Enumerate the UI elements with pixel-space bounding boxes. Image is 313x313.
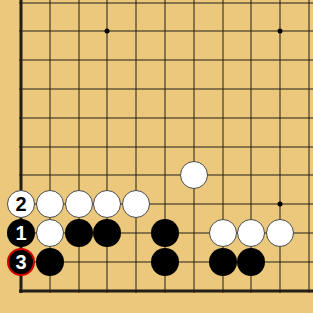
intersection[interactable] bbox=[295, 0, 313, 17]
intersection[interactable] bbox=[7, 276, 36, 305]
intersection[interactable] bbox=[237, 247, 266, 276]
intersection[interactable] bbox=[295, 190, 313, 219]
intersection[interactable] bbox=[35, 103, 64, 132]
intersection[interactable] bbox=[7, 75, 36, 104]
intersection[interactable] bbox=[151, 46, 180, 75]
black-stone bbox=[151, 219, 179, 247]
intersection[interactable] bbox=[35, 17, 64, 46]
intersection[interactable] bbox=[208, 75, 237, 104]
white-stone: 2 bbox=[7, 190, 35, 218]
intersection[interactable] bbox=[7, 103, 36, 132]
intersection[interactable] bbox=[237, 17, 266, 46]
black-stone: 1 bbox=[7, 219, 35, 247]
intersection[interactable] bbox=[266, 75, 295, 104]
intersection[interactable] bbox=[151, 17, 180, 46]
board-grid: 213 bbox=[7, 0, 313, 305]
white-stone bbox=[266, 219, 294, 247]
intersection[interactable] bbox=[64, 247, 93, 276]
intersection[interactable] bbox=[295, 219, 313, 248]
white-stone bbox=[36, 219, 64, 247]
intersection[interactable] bbox=[151, 161, 180, 190]
white-stone bbox=[237, 219, 265, 247]
intersection[interactable] bbox=[295, 103, 313, 132]
intersection[interactable] bbox=[64, 17, 93, 46]
intersection[interactable] bbox=[179, 132, 208, 161]
intersection[interactable] bbox=[295, 161, 313, 190]
intersection[interactable] bbox=[93, 161, 122, 190]
intersection[interactable] bbox=[122, 0, 151, 17]
intersection[interactable] bbox=[208, 103, 237, 132]
intersection[interactable] bbox=[151, 132, 180, 161]
intersection[interactable] bbox=[295, 247, 313, 276]
intersection[interactable] bbox=[208, 17, 237, 46]
black-stone bbox=[151, 248, 179, 276]
intersection[interactable] bbox=[237, 46, 266, 75]
intersection[interactable] bbox=[122, 17, 151, 46]
intersection[interactable] bbox=[179, 190, 208, 219]
intersection[interactable] bbox=[7, 132, 36, 161]
star-point bbox=[278, 29, 283, 34]
intersection[interactable] bbox=[151, 190, 180, 219]
intersection[interactable] bbox=[208, 247, 237, 276]
intersection[interactable] bbox=[208, 132, 237, 161]
intersection[interactable] bbox=[295, 75, 313, 104]
white-stone bbox=[122, 190, 150, 218]
intersection[interactable] bbox=[179, 276, 208, 305]
intersection[interactable] bbox=[237, 0, 266, 17]
intersection[interactable] bbox=[295, 46, 313, 75]
intersection[interactable] bbox=[93, 75, 122, 104]
intersection[interactable] bbox=[122, 247, 151, 276]
intersection[interactable] bbox=[237, 219, 266, 248]
intersection[interactable] bbox=[266, 219, 295, 248]
intersection[interactable] bbox=[35, 247, 64, 276]
intersection[interactable] bbox=[122, 75, 151, 104]
intersection[interactable] bbox=[35, 0, 64, 17]
intersection[interactable]: 2 bbox=[7, 190, 36, 219]
intersection[interactable] bbox=[93, 17, 122, 46]
intersection[interactable] bbox=[237, 132, 266, 161]
black-stone bbox=[93, 219, 121, 247]
go-board-diagram: 213 bbox=[0, 0, 313, 313]
intersection[interactable] bbox=[266, 0, 295, 17]
black-stone bbox=[209, 248, 237, 276]
intersection[interactable] bbox=[179, 0, 208, 17]
intersection[interactable] bbox=[266, 161, 295, 190]
intersection[interactable] bbox=[35, 219, 64, 248]
intersection[interactable] bbox=[93, 132, 122, 161]
intersection[interactable] bbox=[35, 276, 64, 305]
intersection[interactable] bbox=[237, 161, 266, 190]
intersection[interactable] bbox=[93, 46, 122, 75]
intersection[interactable] bbox=[179, 103, 208, 132]
intersection[interactable] bbox=[151, 219, 180, 248]
intersection[interactable] bbox=[7, 46, 36, 75]
intersection[interactable] bbox=[266, 190, 295, 219]
move-number: 3 bbox=[15, 252, 26, 272]
intersection[interactable] bbox=[93, 190, 122, 219]
intersection[interactable] bbox=[35, 161, 64, 190]
intersection[interactable] bbox=[122, 219, 151, 248]
intersection[interactable] bbox=[93, 0, 122, 17]
white-stone bbox=[93, 190, 121, 218]
intersection[interactable] bbox=[237, 276, 266, 305]
intersection[interactable] bbox=[64, 75, 93, 104]
intersection[interactable] bbox=[208, 46, 237, 75]
intersection[interactable] bbox=[208, 219, 237, 248]
intersection[interactable] bbox=[151, 0, 180, 17]
black-stone bbox=[237, 248, 265, 276]
white-stone bbox=[209, 219, 237, 247]
intersection[interactable] bbox=[122, 190, 151, 219]
intersection[interactable] bbox=[93, 247, 122, 276]
intersection[interactable] bbox=[7, 17, 36, 46]
black-stone: 3 bbox=[7, 248, 35, 276]
intersection[interactable] bbox=[122, 161, 151, 190]
intersection[interactable]: 3 bbox=[7, 247, 36, 276]
intersection[interactable] bbox=[266, 132, 295, 161]
intersection[interactable] bbox=[64, 276, 93, 305]
intersection[interactable] bbox=[266, 46, 295, 75]
white-stone bbox=[36, 190, 64, 218]
intersection[interactable] bbox=[64, 132, 93, 161]
intersection[interactable] bbox=[64, 190, 93, 219]
move-number: 1 bbox=[15, 223, 26, 243]
intersection[interactable] bbox=[208, 0, 237, 17]
intersection[interactable] bbox=[151, 75, 180, 104]
intersection[interactable] bbox=[179, 161, 208, 190]
intersection[interactable] bbox=[7, 0, 36, 17]
white-stone bbox=[180, 161, 208, 189]
intersection[interactable] bbox=[151, 103, 180, 132]
intersection[interactable] bbox=[266, 276, 295, 305]
intersection[interactable] bbox=[151, 247, 180, 276]
intersection[interactable] bbox=[93, 219, 122, 248]
intersection[interactable] bbox=[122, 276, 151, 305]
intersection[interactable] bbox=[237, 103, 266, 132]
white-stone bbox=[65, 190, 93, 218]
intersection[interactable] bbox=[64, 161, 93, 190]
intersection[interactable] bbox=[179, 247, 208, 276]
intersection[interactable] bbox=[35, 190, 64, 219]
intersection[interactable] bbox=[151, 276, 180, 305]
intersection[interactable] bbox=[295, 17, 313, 46]
star-point bbox=[105, 29, 110, 34]
intersection[interactable] bbox=[295, 276, 313, 305]
intersection[interactable] bbox=[64, 46, 93, 75]
intersection[interactable] bbox=[295, 132, 313, 161]
intersection[interactable] bbox=[179, 219, 208, 248]
intersection[interactable] bbox=[35, 75, 64, 104]
intersection[interactable] bbox=[35, 132, 64, 161]
black-stone bbox=[65, 219, 93, 247]
intersection[interactable] bbox=[266, 17, 295, 46]
intersection[interactable] bbox=[237, 190, 266, 219]
move-number: 2 bbox=[15, 194, 26, 214]
intersection[interactable] bbox=[208, 161, 237, 190]
intersection[interactable] bbox=[122, 103, 151, 132]
star-point bbox=[278, 202, 283, 207]
intersection[interactable] bbox=[64, 219, 93, 248]
intersection[interactable] bbox=[122, 46, 151, 75]
intersection[interactable] bbox=[93, 276, 122, 305]
intersection[interactable] bbox=[266, 247, 295, 276]
intersection[interactable] bbox=[237, 75, 266, 104]
intersection[interactable] bbox=[179, 17, 208, 46]
intersection[interactable] bbox=[266, 103, 295, 132]
intersection[interactable] bbox=[93, 103, 122, 132]
intersection[interactable] bbox=[64, 103, 93, 132]
intersection[interactable] bbox=[64, 0, 93, 17]
intersection[interactable] bbox=[7, 161, 36, 190]
intersection[interactable]: 1 bbox=[7, 219, 36, 248]
intersection[interactable] bbox=[122, 132, 151, 161]
intersection[interactable] bbox=[179, 46, 208, 75]
intersection[interactable] bbox=[179, 75, 208, 104]
intersection[interactable] bbox=[208, 190, 237, 219]
intersection[interactable] bbox=[35, 46, 64, 75]
black-stone bbox=[36, 248, 64, 276]
intersection[interactable] bbox=[208, 276, 237, 305]
